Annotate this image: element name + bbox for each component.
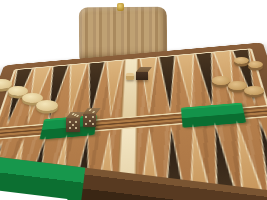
die-front-face	[83, 114, 96, 127]
die-pip	[85, 123, 87, 125]
die-pip	[85, 116, 87, 118]
die-pip	[69, 127, 71, 129]
die-pip	[92, 123, 94, 125]
checker-tan[interactable]	[244, 86, 264, 95]
die[interactable]	[83, 108, 96, 127]
pieces-layer	[0, 0, 267, 200]
checker-tan[interactable]	[234, 57, 249, 64]
die-pip	[75, 121, 77, 123]
die[interactable]	[66, 112, 80, 132]
checker-cream[interactable]	[36, 100, 58, 111]
die-pip	[69, 121, 71, 123]
die-pip	[92, 111, 96, 113]
die-pip	[88, 109, 92, 111]
backgammon-set-photo	[0, 0, 267, 200]
die-front-face	[136, 72, 148, 80]
hinge-die-dark[interactable]	[136, 67, 148, 80]
hinge-die-light[interactable]	[126, 73, 134, 80]
checker-tan[interactable]	[248, 61, 263, 68]
die-pip	[92, 116, 94, 118]
die-pip	[72, 124, 74, 126]
die-pip	[89, 120, 91, 122]
die-pip	[75, 127, 77, 129]
die-front-face	[66, 118, 80, 132]
